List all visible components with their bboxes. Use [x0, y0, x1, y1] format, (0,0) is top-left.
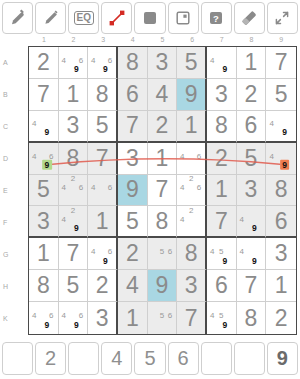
- cell-B9[interactable]: 5: [266, 79, 296, 111]
- pencil-marks: 56: [148, 238, 177, 269]
- cell-value: 1: [37, 242, 50, 265]
- cell-F2[interactable]: 249: [59, 206, 89, 238]
- col-label-1: 1: [29, 34, 59, 46]
- row-label-E: E: [0, 175, 26, 207]
- cell-value: 3: [215, 83, 228, 106]
- pencil-marks: 469: [88, 238, 116, 269]
- cell-E6[interactable]: 246: [177, 175, 207, 207]
- cell-A7[interactable]: 49: [207, 47, 237, 79]
- pencil-mark-6: 6: [168, 312, 172, 320]
- cell-E8[interactable]: 3: [237, 175, 267, 207]
- cell-value: 5: [275, 83, 288, 106]
- cell-value: 7: [67, 242, 80, 265]
- pencil-tool-button[interactable]: [35, 2, 66, 34]
- cell-A8[interactable]: 1: [237, 47, 267, 79]
- chain-line-icon: [108, 9, 126, 27]
- cell-H9[interactable]: 1: [266, 270, 296, 302]
- pencil-mark-4: 4: [62, 216, 66, 224]
- pencil-marks: 49: [207, 47, 236, 78]
- digit-button-1[interactable]: [2, 342, 33, 375]
- cell-value: 3: [185, 274, 198, 297]
- cell-D1[interactable]: 469: [29, 143, 59, 175]
- pencil-marks: 459: [207, 302, 236, 334]
- cell-value: 9: [156, 274, 169, 297]
- cell-value: 5: [126, 210, 139, 233]
- pencil-mark-6: 6: [197, 153, 201, 161]
- cell-value: 1: [96, 210, 109, 233]
- svg-text:?: ?: [213, 13, 219, 24]
- cell-C7[interactable]: 8: [207, 111, 237, 143]
- cell-value: 3: [96, 307, 109, 330]
- cell-value: 8: [245, 307, 258, 330]
- corner-square-icon: [174, 9, 192, 27]
- cell-C5[interactable]: 2: [148, 111, 178, 143]
- cell-D6[interactable]: 46: [177, 143, 207, 175]
- cell-value: 2: [275, 307, 288, 330]
- pencil-mark-4: 4: [269, 120, 273, 128]
- cell-C4[interactable]: 7: [118, 111, 148, 143]
- cell-K3[interactable]: 3: [88, 302, 118, 334]
- cell-H4[interactable]: 4: [118, 270, 148, 302]
- pencil-mark-2: 2: [189, 207, 193, 215]
- pencil-mark-4: 4: [62, 184, 66, 192]
- cell-H2[interactable]: 5: [59, 270, 89, 302]
- cell-K2[interactable]: 469: [59, 302, 89, 334]
- pencil-mark-4: 4: [269, 153, 273, 161]
- cell-G7[interactable]: 459: [207, 238, 237, 270]
- pencil-marks: 49: [266, 143, 296, 174]
- cell-D4[interactable]: 3: [118, 143, 148, 175]
- column-labels: 123456789: [29, 34, 296, 46]
- cell-value: 9: [126, 178, 139, 201]
- cell-value: 3: [245, 178, 258, 201]
- cell-B1[interactable]: 7: [29, 79, 59, 111]
- pencil-mark-4: 4: [210, 57, 214, 65]
- cell-C9[interactable]: 49: [266, 111, 296, 143]
- cell-F5[interactable]: 8: [148, 206, 178, 238]
- pencil-mark-4: 4: [180, 184, 184, 192]
- board-area: 123456789 ABCDEFGHK 24694698354917718649…: [0, 34, 300, 338]
- pencil-mark-4: 4: [32, 153, 36, 161]
- pencil-mark-9: 9: [74, 224, 79, 233]
- fill-square-icon: [141, 9, 159, 27]
- pencil-icon: [42, 9, 60, 27]
- digit-button-9[interactable]: 9: [267, 342, 298, 375]
- col-label-4: 4: [118, 34, 148, 46]
- cell-value: 6: [126, 83, 139, 106]
- cell-H7[interactable]: 6: [207, 270, 237, 302]
- cell-G9[interactable]: 3: [266, 238, 296, 270]
- cell-K4[interactable]: 1: [118, 302, 148, 334]
- cell-value: 2: [156, 114, 169, 137]
- pencil-mark-4: 4: [180, 216, 184, 224]
- digit-button-6[interactable]: 6: [168, 342, 199, 375]
- col-label-8: 8: [237, 34, 267, 46]
- cell-A4[interactable]: 8: [118, 47, 148, 79]
- col-label-6: 6: [177, 34, 207, 46]
- cell-C2[interactable]: 3: [59, 111, 89, 143]
- cell-value: 8: [67, 147, 80, 170]
- expand-arrows-icon: [273, 9, 291, 27]
- cell-value: 8: [185, 242, 198, 265]
- cell-value: 7: [245, 274, 258, 297]
- row-label-F: F: [0, 206, 26, 238]
- cell-value: 7: [96, 147, 109, 170]
- col-label-2: 2: [59, 34, 89, 46]
- cell-value: 7: [37, 83, 50, 106]
- cell-value: 5: [185, 51, 198, 74]
- pencil-mark-4: 4: [32, 312, 36, 320]
- pencil-mark-5: 5: [160, 248, 164, 256]
- cell-C3[interactable]: 5: [88, 111, 118, 143]
- pencil-mark-2: 2: [71, 207, 75, 215]
- pencil-mark-4: 4: [91, 57, 95, 65]
- digit-button-5[interactable]: 5: [134, 342, 165, 375]
- cell-B8[interactable]: 2: [237, 79, 267, 111]
- pencil-mark-6: 6: [79, 57, 83, 65]
- row-label-G: G: [0, 238, 26, 270]
- pencil-mark-6: 6: [49, 312, 53, 320]
- pencil-mark-9: 9: [44, 321, 49, 330]
- cell-A2[interactable]: 469: [59, 47, 89, 79]
- row-label-K: K: [0, 302, 26, 334]
- digit-button-7[interactable]: [201, 342, 232, 375]
- row-labels: ABCDEFGHK: [0, 47, 26, 334]
- fullscreen-tool-button[interactable]: [267, 2, 298, 34]
- cell-E5[interactable]: 7: [148, 175, 178, 207]
- cell-value: 6: [245, 114, 258, 137]
- pencil-marks: 49: [266, 111, 296, 141]
- pencil-marks: 459: [207, 238, 236, 269]
- cell-H1[interactable]: 8: [29, 270, 59, 302]
- analyze-eq-icon: EQ: [74, 11, 94, 25]
- eraser-icon: [240, 9, 258, 27]
- cell-value: 2: [37, 51, 50, 74]
- pencil-mark-9: 9: [282, 128, 287, 137]
- pencil-marks: 469: [29, 302, 58, 334]
- cell-value: 8: [37, 274, 50, 297]
- cell-A1[interactable]: 2: [29, 47, 59, 79]
- cell-F3[interactable]: 1: [88, 206, 118, 238]
- pencil-mark-9: 9: [222, 256, 227, 265]
- cell-E2[interactable]: 246: [59, 175, 89, 207]
- pencil-mark-6: 6: [108, 248, 112, 256]
- cell-value: 1: [126, 307, 139, 330]
- eraser-tool-button[interactable]: [234, 2, 265, 34]
- pencil-marks: 46: [177, 143, 205, 174]
- pencil-mark-9: 9: [44, 128, 49, 137]
- pencil-marks: 469: [59, 47, 88, 78]
- col-label-3: 3: [88, 34, 118, 46]
- pencil-mark-6: 6: [168, 248, 172, 256]
- cell-B5[interactable]: 4: [148, 79, 178, 111]
- cell-K5[interactable]: 56: [148, 302, 178, 334]
- pencil-marks: 469: [59, 302, 88, 334]
- cell-value: 5: [37, 178, 50, 201]
- col-label-7: 7: [207, 34, 237, 46]
- cell-value: 2: [96, 274, 109, 297]
- pencil-mark-4: 4: [32, 120, 36, 128]
- cell-value: 8: [96, 83, 109, 106]
- pencil-mark-9: 9: [252, 224, 257, 233]
- col-label-5: 5: [148, 34, 178, 46]
- fill-color-tool-button[interactable]: [134, 2, 165, 34]
- pencil-mark-4: 4: [240, 248, 244, 256]
- cell-G5[interactable]: 56: [148, 238, 178, 270]
- cell-C1[interactable]: 49: [29, 111, 59, 143]
- cell-value: 2: [245, 83, 258, 106]
- cell-value: 7: [126, 114, 139, 137]
- cell-A6[interactable]: 5: [177, 47, 207, 79]
- cell-B2[interactable]: 1: [59, 79, 89, 111]
- pencil-mark-9: 9: [252, 256, 257, 265]
- digit-button-8[interactable]: [234, 342, 265, 375]
- cell-value: 8: [215, 114, 228, 137]
- question-mark-icon: ?: [207, 9, 225, 27]
- cell-K1[interactable]: 469: [29, 302, 59, 334]
- digit-button-4[interactable]: 4: [101, 342, 132, 375]
- cell-E4[interactable]: 9: [118, 175, 148, 207]
- cell-F6[interactable]: 24: [177, 206, 207, 238]
- cell-value: 2: [126, 242, 139, 265]
- cell-B7[interactable]: 3: [207, 79, 237, 111]
- cell-E1[interactable]: 5: [29, 175, 59, 207]
- cell-value: 9: [185, 83, 198, 106]
- cell-value: 5: [67, 274, 80, 297]
- pencil-mark-4: 4: [62, 57, 66, 65]
- pencil-mark-4: 4: [62, 312, 66, 320]
- toolbar: EQ: [0, 0, 300, 34]
- col-label-9: 9: [266, 34, 296, 46]
- cell-value: 1: [245, 51, 258, 74]
- cell-C6[interactable]: 1: [177, 111, 207, 143]
- cell-K7[interactable]: 459: [207, 302, 237, 334]
- cell-value: 3: [126, 147, 139, 170]
- cell-value: 7: [275, 51, 288, 74]
- pencil-marks: 49: [29, 111, 58, 141]
- cell-value: 1: [156, 147, 169, 170]
- cell-A9[interactable]: 7: [266, 47, 296, 79]
- cell-H5[interactable]: 9: [148, 270, 178, 302]
- cell-value: 7: [215, 210, 228, 233]
- hint-tool-button[interactable]: ?: [201, 2, 232, 34]
- pencil-mark-5: 5: [160, 312, 164, 320]
- cell-value: 5: [96, 114, 109, 137]
- cell-value: 2: [215, 147, 228, 170]
- cell-value: 3: [67, 114, 80, 137]
- cell-G2[interactable]: 7: [59, 238, 89, 270]
- pencil-mark-9: 9: [74, 321, 79, 330]
- cell-F9[interactable]: 6: [266, 206, 296, 238]
- cell-value: 1: [67, 83, 80, 106]
- cell-value: 8: [275, 178, 288, 201]
- cell-value: 6: [275, 210, 288, 233]
- row-label-C: C: [0, 111, 26, 143]
- pencil-mark-4: 4: [180, 153, 184, 161]
- digit-button-2[interactable]: 2: [35, 342, 66, 375]
- cell-G3[interactable]: 469: [88, 238, 118, 270]
- pencil-mark-6: 6: [197, 184, 201, 192]
- cell-H8[interactable]: 7: [237, 270, 267, 302]
- cell-E3[interactable]: 46: [88, 175, 118, 207]
- pencil-marks: 49: [237, 238, 266, 269]
- cell-D5[interactable]: 1: [148, 143, 178, 175]
- cell-K6[interactable]: 7: [177, 302, 207, 334]
- sudoku-app: EQ: [0, 0, 300, 379]
- cell-F8[interactable]: 49: [237, 206, 267, 238]
- cell-B4[interactable]: 6: [118, 79, 148, 111]
- cell-D7[interactable]: 2: [207, 143, 237, 175]
- cell-F1[interactable]: 3: [29, 206, 59, 238]
- pencil-mark-6: 6: [108, 184, 112, 192]
- pencil-marks: 46: [88, 175, 116, 206]
- pencil-mark-9: 9: [42, 160, 52, 171]
- cell-value: 5: [245, 147, 258, 170]
- cell-K8[interactable]: 8: [237, 302, 267, 334]
- cell-value: 6: [215, 274, 228, 297]
- pencil-mark-6: 6: [79, 312, 83, 320]
- cell-C8[interactable]: 6: [237, 111, 267, 143]
- pencil-mark-6: 6: [79, 184, 83, 192]
- chain-line-tool-button[interactable]: [101, 2, 132, 34]
- cell-A3[interactable]: 469: [88, 47, 118, 79]
- row-label-A: A: [0, 47, 26, 79]
- cell-value: 8: [126, 51, 139, 74]
- cell-value: 3: [275, 242, 288, 265]
- cell-value: 3: [156, 51, 169, 74]
- corner-mark-tool-button[interactable]: [168, 2, 199, 34]
- cell-value: 7: [185, 307, 198, 330]
- row-label-D: D: [0, 143, 26, 175]
- cell-value: 7: [156, 178, 169, 201]
- cell-value: 3: [37, 210, 50, 233]
- pencil-mark-9: 9: [103, 65, 108, 74]
- pencil-mark-4: 4: [210, 248, 214, 256]
- pencil-marks: 24: [177, 206, 205, 236]
- digit-pad: 24569: [0, 338, 300, 375]
- cell-G4[interactable]: 2: [118, 238, 148, 270]
- cell-value: 4: [156, 83, 169, 106]
- pencil-mark-4: 4: [91, 184, 95, 192]
- cell-D3[interactable]: 7: [88, 143, 118, 175]
- cell-B6[interactable]: 9: [177, 79, 207, 111]
- row-label-H: H: [0, 270, 26, 302]
- sudoku-board: 2469469835491771864932549357218649469873…: [28, 46, 297, 335]
- cell-value: 1: [185, 114, 198, 137]
- pencil-mark-9: 9: [103, 256, 108, 265]
- cell-A5[interactable]: 3: [148, 47, 178, 79]
- cell-K9[interactable]: 2: [266, 302, 296, 334]
- cell-B3[interactable]: 8: [88, 79, 118, 111]
- pencil-marks: 49: [237, 206, 266, 236]
- pencil-mark-4: 4: [91, 248, 95, 256]
- cell-E7[interactable]: 1: [207, 175, 237, 207]
- pencil-mark-9: 9: [74, 65, 79, 74]
- cell-H6[interactable]: 3: [177, 270, 207, 302]
- cell-value: 1: [215, 178, 228, 201]
- cell-F7[interactable]: 7: [207, 206, 237, 238]
- pencil-mark-9: 9: [280, 160, 290, 171]
- pencil-mark-9: 9: [222, 65, 227, 74]
- cell-H3[interactable]: 2: [88, 270, 118, 302]
- cell-D8[interactable]: 5: [237, 143, 267, 175]
- pencil-mark-9: 9: [222, 321, 227, 330]
- cell-E9[interactable]: 8: [266, 175, 296, 207]
- cell-value: 8: [156, 210, 169, 233]
- cell-value: 4: [126, 274, 139, 297]
- cell-G1[interactable]: 1: [29, 238, 59, 270]
- row-label-B: B: [0, 79, 26, 111]
- pen-icon: [9, 9, 27, 27]
- cell-D2[interactable]: 8: [59, 143, 89, 175]
- pencil-marks: 246: [59, 175, 88, 206]
- pencil-mark-4: 4: [210, 312, 214, 320]
- pencil-mark-4: 4: [240, 216, 244, 224]
- digit-button-3[interactable]: [68, 342, 99, 375]
- pencil-marks: 469: [88, 47, 116, 78]
- pencil-marks: 469: [29, 143, 58, 174]
- pencil-marks: 56: [148, 302, 177, 334]
- pencil-mark-2: 2: [71, 175, 75, 183]
- cell-G6[interactable]: 8: [177, 238, 207, 270]
- pencil-marks: 249: [59, 206, 88, 236]
- pencil-mark-2: 2: [189, 175, 193, 183]
- pencil-mark-6: 6: [108, 57, 112, 65]
- cell-value: 1: [275, 274, 288, 297]
- cell-D9[interactable]: 49: [266, 143, 296, 175]
- pencil-marks: 246: [177, 175, 205, 206]
- pen-tool-button[interactable]: [2, 2, 33, 34]
- analyze-tool-button[interactable]: EQ: [68, 2, 99, 34]
- cell-G8[interactable]: 49: [237, 238, 267, 270]
- cell-F4[interactable]: 5: [118, 206, 148, 238]
